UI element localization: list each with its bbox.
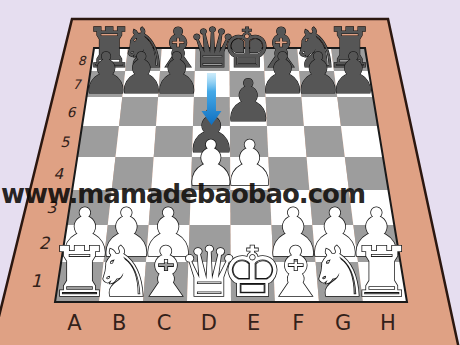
rank-label-4: 4 bbox=[53, 165, 63, 183]
file-label-b: B bbox=[112, 311, 126, 335]
piece-white-pawn-e4[interactable]: ♟ bbox=[222, 127, 278, 200]
file-label-e: E bbox=[247, 311, 260, 335]
square-g4[interactable] bbox=[307, 157, 349, 190]
square-h4[interactable] bbox=[345, 157, 389, 190]
chess-scene: 12345678ABCDEFGH♜♞♝♛♚♝♞♜♟♟♟♟♟♟♟♟♟♟♟♟♟♟♟♟… bbox=[0, 0, 460, 345]
file-label-a: A bbox=[67, 311, 82, 335]
file-label-g: G bbox=[335, 311, 351, 335]
piece-white-rook-h1[interactable]: ♜ bbox=[351, 232, 413, 312]
rank-label-6: 6 bbox=[67, 104, 77, 120]
square-a5[interactable] bbox=[77, 126, 119, 157]
file-label-f: F bbox=[292, 311, 304, 335]
file-label-d: D bbox=[201, 311, 217, 335]
file-label-c: C bbox=[157, 311, 172, 335]
rank-label-5: 5 bbox=[60, 134, 70, 150]
chess-board: 12345678ABCDEFGH♜♞♝♛♚♝♞♜♟♟♟♟♟♟♟♟♟♟♟♟♟♟♟♟… bbox=[0, 0, 460, 345]
piece-black-pawn-h7[interactable]: ♟ bbox=[328, 41, 379, 106]
square-b4[interactable] bbox=[112, 157, 154, 190]
rank-label-1: 1 bbox=[30, 271, 41, 291]
file-label-h: H bbox=[380, 311, 396, 335]
square-a4[interactable] bbox=[72, 157, 115, 190]
square-h5[interactable] bbox=[341, 126, 383, 157]
square-b5[interactable] bbox=[115, 126, 156, 157]
square-g5[interactable] bbox=[304, 126, 345, 157]
